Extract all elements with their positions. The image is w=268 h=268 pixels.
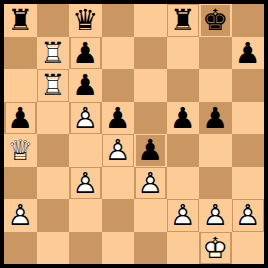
square-h2[interactable]: ♟♙	[232, 199, 265, 232]
chess-board-frame: ♜♛♜♚♜♖♟♟♜♖♟♟♟♙♟♟♟♛♕♟♙♟♟♙♟♙♟♙♟♙♟♙♟♙♚♔	[0, 0, 268, 268]
black-pawn: ♟	[4, 102, 37, 135]
square-b6[interactable]: ♜♖	[37, 69, 70, 102]
square-b3[interactable]	[37, 167, 70, 200]
square-c6[interactable]: ♟	[69, 69, 102, 102]
square-d2[interactable]	[102, 199, 135, 232]
white-rook: ♜♖	[37, 69, 70, 102]
square-g4[interactable]	[199, 134, 232, 167]
square-g1[interactable]: ♚♔	[199, 232, 232, 265]
white-pawn: ♟♙	[102, 134, 135, 167]
black-pawn: ♟	[69, 37, 102, 70]
square-f2[interactable]: ♟♙	[167, 199, 200, 232]
square-g8[interactable]: ♚	[199, 4, 232, 37]
square-h7[interactable]: ♟	[232, 37, 265, 70]
square-f5[interactable]: ♟	[167, 102, 200, 135]
black-rook: ♜	[4, 4, 37, 37]
square-b8[interactable]	[37, 4, 70, 37]
square-d5[interactable]: ♟	[102, 102, 135, 135]
black-pawn: ♟	[199, 102, 232, 135]
square-f8[interactable]: ♜	[167, 4, 200, 37]
square-e6[interactable]	[134, 69, 167, 102]
square-f7[interactable]	[167, 37, 200, 70]
square-e8[interactable]	[134, 4, 167, 37]
square-g3[interactable]	[199, 167, 232, 200]
square-a1[interactable]	[4, 232, 37, 265]
square-a4[interactable]: ♛♕	[4, 134, 37, 167]
square-h4[interactable]	[232, 134, 265, 167]
square-h8[interactable]	[232, 4, 265, 37]
square-b7[interactable]: ♜♖	[37, 37, 70, 70]
square-d4[interactable]: ♟♙	[102, 134, 135, 167]
square-c7[interactable]: ♟	[69, 37, 102, 70]
square-f4[interactable]	[167, 134, 200, 167]
square-f6[interactable]	[167, 69, 200, 102]
white-pawn: ♟♙	[134, 167, 167, 200]
black-queen: ♛	[69, 4, 102, 37]
square-h5[interactable]	[232, 102, 265, 135]
square-e1[interactable]	[134, 232, 167, 265]
black-pawn: ♟	[232, 37, 265, 70]
square-e7[interactable]	[134, 37, 167, 70]
square-c1[interactable]	[69, 232, 102, 265]
square-e3[interactable]: ♟♙	[134, 167, 167, 200]
square-g6[interactable]	[199, 69, 232, 102]
chess-board: ♜♛♜♚♜♖♟♟♜♖♟♟♟♙♟♟♟♛♕♟♙♟♟♙♟♙♟♙♟♙♟♙♟♙♚♔	[4, 4, 264, 264]
square-a8[interactable]: ♜	[4, 4, 37, 37]
square-e2[interactable]	[134, 199, 167, 232]
square-b4[interactable]	[37, 134, 70, 167]
square-a2[interactable]: ♟♙	[4, 199, 37, 232]
square-a5[interactable]: ♟	[4, 102, 37, 135]
square-g5[interactable]: ♟	[199, 102, 232, 135]
white-queen: ♛♕	[4, 134, 37, 167]
black-pawn: ♟	[134, 134, 167, 167]
white-rook: ♜♖	[37, 37, 70, 70]
square-e5[interactable]	[134, 102, 167, 135]
square-d7[interactable]	[102, 37, 135, 70]
square-g7[interactable]	[199, 37, 232, 70]
black-pawn: ♟	[102, 102, 135, 135]
square-h3[interactable]	[232, 167, 265, 200]
white-pawn: ♟♙	[232, 199, 265, 232]
white-pawn: ♟♙	[69, 102, 102, 135]
white-pawn: ♟♙	[167, 199, 200, 232]
square-e4[interactable]: ♟	[134, 134, 167, 167]
square-f3[interactable]	[167, 167, 200, 200]
square-d8[interactable]	[102, 4, 135, 37]
square-c2[interactable]	[69, 199, 102, 232]
square-f1[interactable]	[167, 232, 200, 265]
square-b5[interactable]	[37, 102, 70, 135]
black-pawn: ♟	[167, 102, 200, 135]
square-b1[interactable]	[37, 232, 70, 265]
square-a7[interactable]	[4, 37, 37, 70]
square-a3[interactable]	[4, 167, 37, 200]
square-a6[interactable]	[4, 69, 37, 102]
square-d6[interactable]	[102, 69, 135, 102]
square-c4[interactable]	[69, 134, 102, 167]
black-rook: ♜	[167, 4, 200, 37]
square-d3[interactable]	[102, 167, 135, 200]
square-c3[interactable]: ♟♙	[69, 167, 102, 200]
black-pawn: ♟	[69, 69, 102, 102]
white-pawn: ♟♙	[199, 199, 232, 232]
square-c5[interactable]: ♟♙	[69, 102, 102, 135]
square-h1[interactable]	[232, 232, 265, 265]
square-d1[interactable]	[102, 232, 135, 265]
white-pawn: ♟♙	[4, 199, 37, 232]
white-pawn: ♟♙	[69, 167, 102, 200]
square-b2[interactable]	[37, 199, 70, 232]
white-king: ♚♔	[199, 232, 232, 265]
square-c8[interactable]: ♛	[69, 4, 102, 37]
square-g2[interactable]: ♟♙	[199, 199, 232, 232]
square-h6[interactable]	[232, 69, 265, 102]
black-king: ♚	[199, 4, 232, 37]
